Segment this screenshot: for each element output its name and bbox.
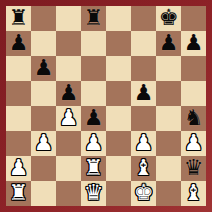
square-c2[interactable] [56, 156, 81, 181]
black-pawn: ♟ [9, 32, 29, 54]
square-f1[interactable]: ♚ [131, 181, 156, 206]
square-e5[interactable] [106, 81, 131, 106]
square-f5[interactable]: ♟ [131, 81, 156, 106]
square-b3[interactable]: ♟ [31, 131, 56, 156]
chess-board: ♜♜♚♟♟♟♟♟♟♟♟♞♟♟♟♟♟♜♝♛♜♛♚♝ [6, 6, 206, 206]
square-d5[interactable] [81, 81, 106, 106]
square-d4[interactable]: ♟ [81, 106, 106, 131]
square-g4[interactable] [156, 106, 181, 131]
square-d3[interactable]: ♟ [81, 131, 106, 156]
square-g7[interactable]: ♟ [156, 31, 181, 56]
square-h7[interactable]: ♟ [181, 31, 206, 56]
white-pawn: ♟ [134, 132, 154, 154]
square-a3[interactable] [6, 131, 31, 156]
square-b1[interactable] [31, 181, 56, 206]
square-g6[interactable] [156, 56, 181, 81]
square-f8[interactable] [131, 6, 156, 31]
square-d6[interactable] [81, 56, 106, 81]
square-h2[interactable]: ♛ [181, 156, 206, 181]
square-b6[interactable]: ♟ [31, 56, 56, 81]
white-rook: ♜ [9, 182, 29, 204]
square-d2[interactable]: ♜ [81, 156, 106, 181]
square-a4[interactable] [6, 106, 31, 131]
square-h3[interactable]: ♟ [181, 131, 206, 156]
black-rook: ♜ [84, 7, 104, 29]
black-knight: ♞ [184, 107, 204, 129]
square-g5[interactable] [156, 81, 181, 106]
square-a6[interactable] [6, 56, 31, 81]
square-g8[interactable]: ♚ [156, 6, 181, 31]
square-h8[interactable] [181, 6, 206, 31]
board-frame: ♜♜♚♟♟♟♟♟♟♟♟♞♟♟♟♟♟♜♝♛♜♛♚♝ [0, 0, 212, 212]
white-pawn: ♟ [34, 132, 54, 154]
square-e8[interactable] [106, 6, 131, 31]
square-a2[interactable]: ♟ [6, 156, 31, 181]
white-bishop: ♝ [134, 157, 154, 179]
square-e2[interactable] [106, 156, 131, 181]
square-e3[interactable] [106, 131, 131, 156]
square-c8[interactable] [56, 6, 81, 31]
black-pawn: ♟ [134, 82, 154, 104]
square-f6[interactable] [131, 56, 156, 81]
black-king: ♚ [159, 7, 179, 29]
square-b4[interactable] [31, 106, 56, 131]
square-e4[interactable] [106, 106, 131, 131]
square-e7[interactable] [106, 31, 131, 56]
square-f7[interactable] [131, 31, 156, 56]
square-h1[interactable]: ♝ [181, 181, 206, 206]
black-pawn: ♟ [159, 32, 179, 54]
white-bishop: ♝ [184, 182, 204, 204]
white-pawn: ♟ [184, 132, 204, 154]
square-h4[interactable]: ♞ [181, 106, 206, 131]
square-d8[interactable]: ♜ [81, 6, 106, 31]
square-b2[interactable] [31, 156, 56, 181]
black-pawn: ♟ [84, 107, 104, 129]
square-a1[interactable]: ♜ [6, 181, 31, 206]
square-a5[interactable] [6, 81, 31, 106]
black-pawn: ♟ [184, 32, 204, 54]
white-rook: ♜ [84, 157, 104, 179]
square-c6[interactable] [56, 56, 81, 81]
square-f4[interactable] [131, 106, 156, 131]
square-g2[interactable] [156, 156, 181, 181]
square-h6[interactable] [181, 56, 206, 81]
square-g3[interactable] [156, 131, 181, 156]
square-b8[interactable] [31, 6, 56, 31]
square-e1[interactable] [106, 181, 131, 206]
square-f2[interactable]: ♝ [131, 156, 156, 181]
black-queen: ♛ [184, 157, 204, 179]
square-h5[interactable] [181, 81, 206, 106]
square-g1[interactable] [156, 181, 181, 206]
square-e6[interactable] [106, 56, 131, 81]
square-d1[interactable]: ♛ [81, 181, 106, 206]
white-queen: ♛ [84, 182, 104, 204]
square-c1[interactable] [56, 181, 81, 206]
square-f3[interactable]: ♟ [131, 131, 156, 156]
square-a7[interactable]: ♟ [6, 31, 31, 56]
white-pawn: ♟ [9, 157, 29, 179]
square-c5[interactable]: ♟ [56, 81, 81, 106]
square-c7[interactable] [56, 31, 81, 56]
square-b5[interactable] [31, 81, 56, 106]
square-c4[interactable]: ♟ [56, 106, 81, 131]
white-king: ♚ [134, 182, 154, 204]
black-pawn: ♟ [59, 82, 79, 104]
square-a8[interactable]: ♜ [6, 6, 31, 31]
black-pawn: ♟ [34, 57, 54, 79]
square-d7[interactable] [81, 31, 106, 56]
white-pawn: ♟ [59, 107, 79, 129]
white-pawn: ♟ [84, 132, 104, 154]
black-rook: ♜ [9, 7, 29, 29]
square-c3[interactable] [56, 131, 81, 156]
square-b7[interactable] [31, 31, 56, 56]
